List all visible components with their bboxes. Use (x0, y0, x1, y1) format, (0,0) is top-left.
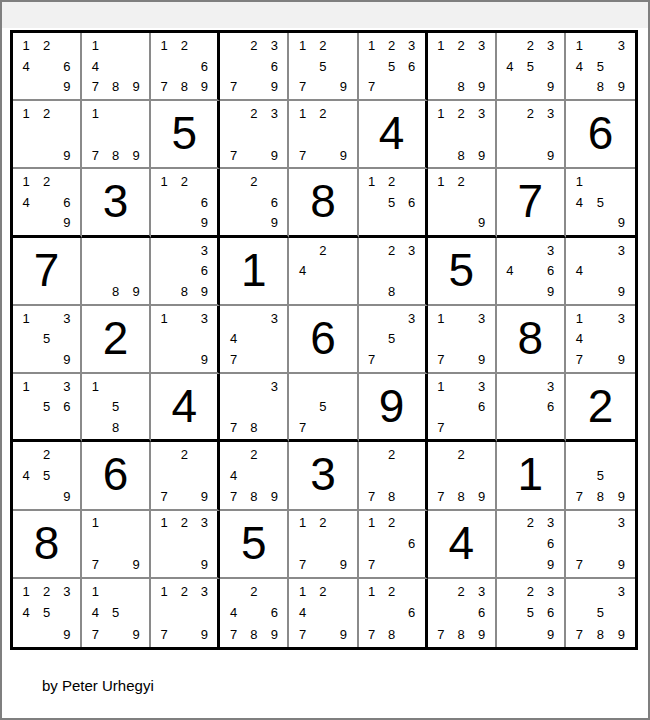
candidate-empty-slot (154, 56, 174, 77)
candidate-digit: 3 (57, 308, 77, 329)
candidate-digit: 7 (431, 486, 451, 507)
candidate-empty-slot (174, 192, 194, 212)
candidate-digit: 9 (471, 76, 491, 97)
candidate-digit: 8 (451, 486, 471, 507)
candidate-empty-slot (402, 624, 422, 645)
candidate-empty-slot (57, 602, 77, 623)
candidate-digit: 7 (292, 624, 312, 645)
candidate-empty-slot (264, 349, 284, 370)
candidate-digit: 7 (569, 624, 590, 645)
cell-r4c6[interactable]: 238 (359, 238, 428, 306)
candidate-digit: 8 (590, 624, 611, 645)
cell-r4c2[interactable]: 89 (82, 238, 151, 306)
candidate-empty-slot (85, 533, 105, 554)
candidate-empty-slot (362, 212, 382, 232)
candidate-digit: 2 (36, 171, 56, 191)
cell-r1c9[interactable]: 134589 (566, 33, 635, 101)
cell-r3c1[interactable]: 12469 (13, 169, 82, 237)
candidate-empty-slot (292, 56, 312, 77)
candidate-digit: 1 (154, 581, 174, 602)
candidate-empty-slot (541, 56, 561, 77)
candidate-empty-slot (223, 124, 243, 145)
cell-r7c6[interactable]: 278 (359, 442, 428, 510)
candidate-empty-slot (451, 192, 471, 212)
candidate-digit: 7 (431, 417, 451, 437)
candidate-digit: 5 (313, 56, 333, 77)
cell-r4c3[interactable]: 3689 (151, 238, 220, 306)
candidate-empty-slot (292, 397, 312, 417)
candidate-digit: 5 (590, 602, 611, 623)
candidate-empty-slot (451, 56, 471, 77)
candidate-digit: 9 (57, 349, 77, 370)
candidate-empty-slot (194, 35, 214, 56)
cell-r3c2[interactable]: 3 (82, 169, 151, 237)
candidate-digit: 2 (451, 103, 471, 124)
candidate-empty-slot (402, 513, 422, 534)
candidate-empty-slot (362, 329, 382, 350)
cell-r1c6[interactable]: 123567 (359, 33, 428, 101)
candidate-empty-slot (611, 465, 632, 486)
candidate-empty-slot (57, 444, 77, 465)
candidate-digit: 9 (57, 624, 77, 645)
candidate-empty-slot (313, 376, 333, 396)
candidate-empty-slot (402, 581, 422, 602)
candidate-empty-slot (431, 465, 451, 486)
candidate-grid: 279 (151, 442, 217, 508)
candidate-digit: 8 (105, 417, 125, 437)
candidate-digit: 5 (382, 56, 402, 77)
candidate-digit: 7 (223, 486, 243, 507)
cell-r8c5[interactable]: 1279 (289, 511, 358, 579)
candidate-empty-slot (174, 465, 194, 486)
cell-r5c7[interactable]: 1379 (428, 306, 497, 374)
cell-r7c9[interactable]: 5789 (566, 442, 635, 510)
candidate-empty-slot (569, 602, 590, 623)
candidate-empty-slot (154, 260, 174, 281)
cell-r9c6[interactable]: 12678 (359, 579, 428, 647)
candidate-digit: 8 (451, 145, 471, 166)
cell-r5c4[interactable]: 347 (220, 306, 289, 374)
candidate-digit: 2 (451, 581, 471, 602)
cell-r4c1[interactable]: 7 (13, 238, 82, 306)
candidate-empty-slot (520, 124, 540, 145)
candidate-empty-slot (451, 124, 471, 145)
candidate-empty-slot (500, 513, 520, 534)
candidate-empty-slot (382, 260, 402, 281)
candidate-digit: 7 (223, 76, 243, 97)
candidate-empty-slot (520, 397, 540, 417)
cell-r9c5[interactable]: 12479 (289, 579, 358, 647)
candidate-empty-slot (85, 240, 105, 261)
candidate-digit: 9 (541, 145, 561, 166)
cell-r1c3[interactable]: 126789 (151, 33, 220, 101)
candidate-empty-slot (223, 35, 243, 56)
candidate-digit: 1 (362, 171, 382, 191)
candidate-empty-slot (244, 465, 264, 486)
candidate-empty-slot (590, 349, 611, 370)
cell-r1c4[interactable]: 23679 (220, 33, 289, 101)
candidate-digit: 9 (471, 349, 491, 370)
candidate-empty-slot (36, 145, 56, 166)
cell-r8c9[interactable]: 379 (566, 511, 635, 579)
candidate-grid: 238 (359, 238, 425, 304)
cell-r8c4[interactable]: 5 (220, 511, 289, 579)
cell-r7c4[interactable]: 24789 (220, 442, 289, 510)
candidate-digit: 1 (154, 171, 174, 191)
cell-r3c6[interactable]: 1256 (359, 169, 428, 237)
candidate-empty-slot (500, 281, 520, 302)
cell-r3c4[interactable]: 269 (220, 169, 289, 237)
candidate-digit: 5 (105, 602, 125, 623)
candidate-digit: 1 (292, 581, 312, 602)
candidate-digit: 3 (471, 103, 491, 124)
candidate-grid: 2369 (497, 511, 564, 577)
candidate-grid: 126789 (151, 33, 217, 99)
candidate-empty-slot (194, 602, 214, 623)
candidate-empty-slot (36, 192, 56, 212)
cell-r8c1[interactable]: 8 (13, 511, 82, 579)
candidate-digit: 7 (431, 349, 451, 370)
given-digit: 5 (171, 110, 197, 156)
candidate-digit: 8 (451, 76, 471, 97)
candidate-empty-slot (431, 329, 451, 350)
candidate-empty-slot (313, 145, 333, 166)
candidate-empty-slot (362, 308, 382, 329)
credit-text: by Peter Urhegyi (42, 677, 154, 694)
cell-r6c9[interactable]: 2 (566, 374, 635, 442)
candidate-empty-slot (333, 376, 353, 396)
candidate-empty-slot (174, 56, 194, 77)
candidate-digit: 7 (154, 624, 174, 645)
candidate-digit: 9 (471, 145, 491, 166)
candidate-digit: 3 (611, 240, 632, 261)
candidate-grid: 5789 (566, 442, 635, 508)
candidate-digit: 3 (57, 581, 77, 602)
candidate-empty-slot (362, 192, 382, 212)
candidate-empty-slot (154, 281, 174, 302)
candidate-digit: 4 (500, 56, 520, 77)
cell-r9c1[interactable]: 123459 (13, 579, 82, 647)
candidate-empty-slot (569, 240, 590, 261)
cell-r9c4[interactable]: 246789 (220, 579, 289, 647)
cell-r2c6[interactable]: 4 (359, 101, 428, 169)
candidate-empty-slot (541, 124, 561, 145)
cell-r5c1[interactable]: 1359 (13, 306, 82, 374)
cell-r8c7[interactable]: 4 (428, 511, 497, 579)
candidate-grid: 36 (497, 374, 564, 439)
cell-r5c8[interactable]: 8 (497, 306, 566, 374)
cell-r3c9[interactable]: 1459 (566, 169, 635, 237)
candidate-empty-slot (126, 417, 146, 437)
candidate-empty-slot (500, 145, 520, 166)
candidate-empty-slot (244, 329, 264, 350)
cell-r3c5[interactable]: 8 (289, 169, 358, 237)
candidate-digit: 7 (292, 417, 312, 437)
candidate-empty-slot (154, 444, 174, 465)
candidate-digit: 9 (611, 281, 632, 302)
given-digit: 4 (448, 520, 474, 566)
candidate-digit: 4 (223, 329, 243, 350)
candidate-digit: 3 (611, 513, 632, 534)
cell-r4c9[interactable]: 349 (566, 238, 635, 306)
cell-r6c5[interactable]: 57 (289, 374, 358, 442)
candidate-digit: 2 (382, 444, 402, 465)
given-digit: 8 (310, 178, 336, 224)
candidate-digit: 2 (313, 581, 333, 602)
candidate-empty-slot (126, 513, 146, 534)
cell-r6c2[interactable]: 158 (82, 374, 151, 442)
candidate-empty-slot (402, 465, 422, 486)
candidate-empty-slot (16, 444, 36, 465)
cell-r4c7[interactable]: 5 (428, 238, 497, 306)
candidate-digit: 1 (16, 35, 36, 56)
candidate-empty-slot (451, 329, 471, 350)
cell-r5c6[interactable]: 357 (359, 306, 428, 374)
cell-r5c3[interactable]: 139 (151, 306, 220, 374)
candidate-digit: 2 (174, 581, 194, 602)
candidate-empty-slot (471, 56, 491, 77)
candidate-digit: 1 (292, 35, 312, 56)
candidate-empty-slot (590, 513, 611, 534)
candidate-empty-slot (292, 124, 312, 145)
candidate-empty-slot (174, 602, 194, 623)
candidate-empty-slot (105, 35, 125, 56)
candidate-digit: 9 (611, 349, 632, 370)
cell-r2c8[interactable]: 239 (497, 101, 566, 169)
cell-r1c2[interactable]: 14789 (82, 33, 151, 101)
cell-r1c5[interactable]: 12579 (289, 33, 358, 101)
candidate-empty-slot (264, 171, 284, 191)
cell-r5c2[interactable]: 2 (82, 306, 151, 374)
cell-r9c9[interactable]: 35789 (566, 579, 635, 647)
cell-r2c4[interactable]: 2379 (220, 101, 289, 169)
candidate-digit: 6 (57, 192, 77, 212)
candidate-digit: 2 (36, 444, 56, 465)
candidate-empty-slot (590, 260, 611, 281)
candidate-empty-slot (264, 124, 284, 145)
candidate-empty-slot (431, 56, 451, 77)
candidate-digit: 5 (590, 192, 611, 212)
cell-r2c3[interactable]: 5 (151, 101, 220, 169)
cell-r5c9[interactable]: 13479 (566, 306, 635, 374)
candidate-empty-slot (16, 349, 36, 370)
cell-r4c5[interactable]: 24 (289, 238, 358, 306)
candidate-digit: 1 (16, 308, 36, 329)
candidate-grid: 278 (359, 442, 425, 508)
candidate-digit: 9 (126, 145, 146, 166)
candidate-empty-slot (471, 329, 491, 350)
cell-r2c1[interactable]: 129 (13, 101, 82, 169)
cell-r2c9[interactable]: 6 (566, 101, 635, 169)
candidate-empty-slot (126, 260, 146, 281)
cell-r7c8[interactable]: 1 (497, 442, 566, 510)
cell-r8c3[interactable]: 1239 (151, 511, 220, 579)
cell-r6c8[interactable]: 36 (497, 374, 566, 442)
cell-r8c2[interactable]: 179 (82, 511, 151, 579)
candidate-empty-slot (382, 76, 402, 97)
candidate-empty-slot (590, 281, 611, 302)
candidate-digit: 4 (85, 602, 105, 623)
candidate-digit: 7 (154, 486, 174, 507)
candidate-empty-slot (500, 240, 520, 261)
candidate-empty-slot (362, 533, 382, 554)
candidate-digit: 9 (194, 486, 214, 507)
candidate-digit: 2 (36, 35, 56, 56)
cell-r1c7[interactable]: 12389 (428, 33, 497, 101)
candidate-empty-slot (223, 376, 243, 396)
candidate-empty-slot (431, 76, 451, 97)
cell-r9c2[interactable]: 14579 (82, 579, 151, 647)
cell-r1c8[interactable]: 23459 (497, 33, 566, 101)
cell-r6c7[interactable]: 1367 (428, 374, 497, 442)
candidate-empty-slot (16, 145, 36, 166)
cell-r1c1[interactable]: 12469 (13, 33, 82, 101)
candidate-digit: 1 (85, 581, 105, 602)
candidate-empty-slot (36, 212, 56, 232)
given-digit: 3 (103, 178, 129, 224)
candidate-empty-slot (500, 397, 520, 417)
candidate-empty-slot (223, 308, 243, 329)
given-digit: 6 (310, 315, 336, 361)
cell-r4c8[interactable]: 3469 (497, 238, 566, 306)
candidate-grid: 139 (151, 306, 217, 372)
cell-r6c1[interactable]: 1356 (13, 374, 82, 442)
candidate-digit: 6 (194, 260, 214, 281)
candidate-digit: 3 (471, 308, 491, 329)
candidate-empty-slot (333, 533, 353, 554)
cell-r9c7[interactable]: 236789 (428, 579, 497, 647)
candidate-empty-slot (244, 376, 264, 396)
candidate-grid: 23569 (497, 579, 564, 647)
candidate-empty-slot (362, 240, 382, 261)
candidate-digit: 1 (292, 513, 312, 534)
candidate-empty-slot (569, 533, 590, 554)
candidate-empty-slot (611, 602, 632, 623)
candidate-digit: 6 (402, 602, 422, 623)
candidate-digit: 8 (244, 486, 264, 507)
candidate-digit: 3 (471, 35, 491, 56)
candidate-empty-slot (451, 212, 471, 232)
candidate-empty-slot (313, 602, 333, 623)
candidate-digit: 5 (105, 397, 125, 417)
candidate-digit: 3 (541, 103, 561, 124)
cell-r6c6[interactable]: 9 (359, 374, 428, 442)
candidate-empty-slot (154, 329, 174, 350)
candidate-empty-slot (126, 35, 146, 56)
candidate-digit: 4 (16, 56, 36, 77)
cell-r9c3[interactable]: 12379 (151, 579, 220, 647)
cell-r7c3[interactable]: 279 (151, 442, 220, 510)
candidate-digit: 8 (244, 417, 264, 437)
candidate-empty-slot (244, 192, 264, 212)
cell-r9c8[interactable]: 23569 (497, 579, 566, 647)
candidate-digit: 2 (244, 581, 264, 602)
candidate-digit: 4 (223, 602, 243, 623)
candidate-digit: 3 (264, 376, 284, 396)
candidate-digit: 6 (194, 56, 214, 77)
candidate-grid: 1269 (151, 169, 217, 234)
cell-r8c6[interactable]: 1267 (359, 511, 428, 579)
cell-r2c7[interactable]: 12389 (428, 101, 497, 169)
candidate-digit: 3 (541, 240, 561, 261)
candidate-empty-slot (451, 376, 471, 396)
candidate-empty-slot (362, 281, 382, 302)
candidate-digit: 2 (244, 103, 264, 124)
candidate-empty-slot (471, 192, 491, 212)
candidate-digit: 2 (36, 103, 56, 124)
cell-r7c1[interactable]: 2459 (13, 442, 82, 510)
cell-r5c5[interactable]: 6 (289, 306, 358, 374)
candidate-grid: 379 (566, 511, 635, 577)
candidate-empty-slot (16, 397, 36, 417)
candidate-digit: 9 (194, 624, 214, 645)
cell-r2c2[interactable]: 1789 (82, 101, 151, 169)
candidate-digit: 8 (244, 624, 264, 645)
cell-r7c2[interactable]: 6 (82, 442, 151, 510)
candidate-digit: 1 (16, 376, 36, 396)
candidate-grid: 1279 (289, 511, 356, 577)
candidate-digit: 8 (382, 624, 402, 645)
candidate-empty-slot (16, 417, 36, 437)
candidate-grid: 12469 (13, 33, 80, 99)
candidate-empty-slot (590, 212, 611, 232)
candidate-empty-slot (16, 212, 36, 232)
candidate-empty-slot (223, 56, 243, 77)
candidate-empty-slot (402, 329, 422, 350)
candidate-grid: 236789 (428, 579, 495, 647)
candidate-empty-slot (611, 192, 632, 212)
cell-r3c7[interactable]: 129 (428, 169, 497, 237)
cell-r4c4[interactable]: 1 (220, 238, 289, 306)
cell-r6c3[interactable]: 4 (151, 374, 220, 442)
candidate-empty-slot (105, 240, 125, 261)
candidate-grid: 1379 (428, 306, 495, 372)
candidate-empty-slot (105, 376, 125, 396)
candidate-empty-slot (105, 260, 125, 281)
candidate-digit: 3 (402, 308, 422, 329)
given-digit: 8 (518, 315, 544, 361)
candidate-digit: 8 (105, 76, 125, 97)
candidate-digit: 2 (451, 444, 471, 465)
candidate-empty-slot (362, 260, 382, 281)
cell-r3c3[interactable]: 1269 (151, 169, 220, 237)
candidate-digit: 4 (16, 465, 36, 486)
cell-r3c8[interactable]: 7 (497, 169, 566, 237)
candidate-empty-slot (402, 281, 422, 302)
candidate-empty-slot (611, 260, 632, 281)
cell-r8c8[interactable]: 2369 (497, 511, 566, 579)
cell-r6c4[interactable]: 378 (220, 374, 289, 442)
candidate-digit: 9 (471, 624, 491, 645)
candidate-grid: 35789 (566, 579, 635, 647)
candidate-empty-slot (223, 192, 243, 212)
cell-r2c5[interactable]: 1279 (289, 101, 358, 169)
candidate-digit: 4 (569, 56, 590, 77)
candidate-empty-slot (194, 171, 214, 191)
cell-r7c7[interactable]: 2789 (428, 442, 497, 510)
candidate-empty-slot (313, 533, 333, 554)
candidate-grid: 14789 (82, 33, 149, 99)
cell-r7c5[interactable]: 3 (289, 442, 358, 510)
candidate-digit: 6 (194, 192, 214, 212)
candidate-digit: 9 (333, 554, 353, 575)
candidate-empty-slot (126, 602, 146, 623)
candidate-empty-slot (333, 124, 353, 145)
candidate-digit: 8 (105, 145, 125, 166)
candidate-empty-slot (174, 240, 194, 261)
candidate-empty-slot (244, 145, 264, 166)
candidate-empty-slot (126, 533, 146, 554)
